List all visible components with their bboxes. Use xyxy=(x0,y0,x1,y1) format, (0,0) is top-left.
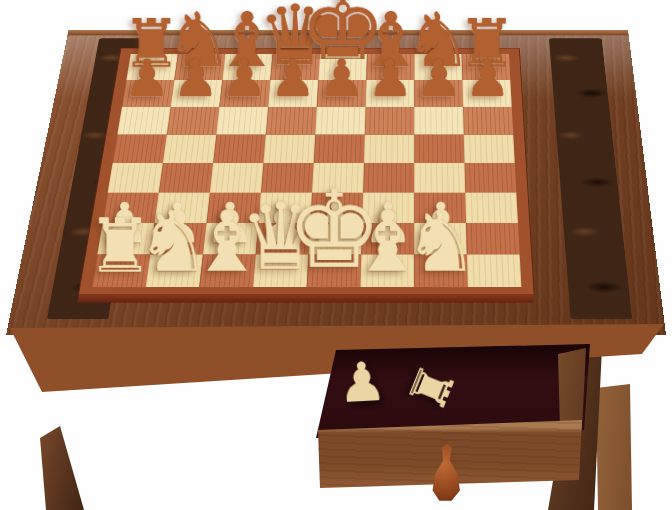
square-d6[interactable] xyxy=(266,107,317,135)
white-knight-g1[interactable]: ♞ xyxy=(403,200,478,284)
square-g7[interactable]: ♟ xyxy=(414,80,463,107)
chess-table-photo: ♜♞♝♛♚♝♞♜♟♟♟♟♟♟♟♟♟♟♟♟♟♟♟♜♞♝♛♚♝♞ ♟ ♜ xyxy=(0,0,672,510)
square-h5[interactable] xyxy=(464,135,515,164)
square-a7[interactable]: ♟ xyxy=(122,80,174,107)
square-a6[interactable] xyxy=(117,107,170,135)
black-pawn-a7[interactable]: ♟ xyxy=(124,53,170,104)
square-f6[interactable] xyxy=(365,107,415,135)
square-c5[interactable] xyxy=(213,135,266,164)
square-g1[interactable]: ♞ xyxy=(414,254,468,287)
black-pawn-g7[interactable]: ♟ xyxy=(416,53,462,104)
drawer-white-pawn[interactable]: ♟ xyxy=(337,355,388,411)
table-top: ♜♞♝♛♚♝♞♜♟♟♟♟♟♟♟♟♟♟♟♟♟♟♟♜♞♝♛♚♝♞ xyxy=(6,30,666,335)
square-a4[interactable] xyxy=(108,163,163,192)
black-pawn-f7[interactable]: ♟ xyxy=(367,53,413,104)
square-b5[interactable] xyxy=(163,135,216,164)
square-b6[interactable] xyxy=(167,107,220,135)
square-b7[interactable]: ♟ xyxy=(171,80,223,107)
burl-panel-right xyxy=(549,38,632,319)
square-a5[interactable] xyxy=(113,135,167,164)
black-pawn-c7[interactable]: ♟ xyxy=(221,53,267,104)
square-d5[interactable] xyxy=(263,135,315,164)
square-c6[interactable] xyxy=(216,107,268,135)
square-h7[interactable]: ♟ xyxy=(462,80,511,107)
square-b4[interactable] xyxy=(159,163,213,192)
square-g5[interactable] xyxy=(414,135,464,164)
black-pawn-h7[interactable]: ♟ xyxy=(464,53,510,104)
black-pawn-d7[interactable]: ♟ xyxy=(270,53,316,104)
black-pawn-e7[interactable]: ♟ xyxy=(318,53,364,104)
square-e6[interactable] xyxy=(315,107,365,135)
square-h4[interactable] xyxy=(465,163,517,192)
square-c7[interactable]: ♟ xyxy=(219,80,270,107)
square-g4[interactable] xyxy=(414,163,465,192)
square-e5[interactable] xyxy=(314,135,365,164)
square-h6[interactable] xyxy=(463,107,513,135)
chess-board[interactable]: ♜♞♝♛♚♝♞♜♟♟♟♟♟♟♟♟♟♟♟♟♟♟♟♜♞♝♛♚♝♞ xyxy=(79,48,534,294)
square-f7[interactable]: ♟ xyxy=(366,80,415,107)
square-d7[interactable]: ♟ xyxy=(268,80,318,107)
square-f5[interactable] xyxy=(364,135,414,164)
square-e7[interactable]: ♟ xyxy=(317,80,367,107)
black-pawn-b7[interactable]: ♟ xyxy=(172,53,218,104)
square-g6[interactable] xyxy=(414,107,463,135)
